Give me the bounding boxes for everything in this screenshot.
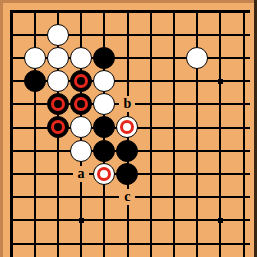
red-circle-marker xyxy=(120,120,134,134)
white-stone[interactable] xyxy=(186,47,208,69)
red-circle-marker xyxy=(74,74,88,88)
black-stone-marked[interactable] xyxy=(70,70,92,92)
white-stone[interactable] xyxy=(70,116,92,138)
image-right-edge-strip xyxy=(254,0,257,257)
black-stone[interactable] xyxy=(93,47,115,69)
black-stone-marked[interactable] xyxy=(47,116,69,138)
white-stone-marked[interactable] xyxy=(116,116,138,138)
star-point xyxy=(218,218,223,223)
white-stone[interactable] xyxy=(47,70,69,92)
white-stone[interactable] xyxy=(70,140,92,162)
red-circle-marker xyxy=(51,120,65,134)
black-stone[interactable] xyxy=(116,163,138,185)
point-label-c[interactable]: c xyxy=(119,189,135,205)
point-label-b[interactable]: b xyxy=(119,96,135,112)
white-stone[interactable] xyxy=(93,93,115,115)
white-stone[interactable] xyxy=(70,47,92,69)
white-stone[interactable] xyxy=(47,24,69,46)
white-stone-marked[interactable] xyxy=(93,163,115,185)
black-stone[interactable] xyxy=(24,70,46,92)
point-label-a[interactable]: a xyxy=(73,166,89,182)
intersections-grid: bac xyxy=(0,0,255,255)
red-circle-marker xyxy=(97,167,111,181)
white-stone[interactable] xyxy=(24,47,46,69)
board-edge-left-bevel xyxy=(0,0,3,257)
black-stone[interactable] xyxy=(93,116,115,138)
red-circle-marker xyxy=(51,97,65,111)
white-stone[interactable] xyxy=(47,47,69,69)
star-point xyxy=(79,218,84,223)
go-board[interactable]: bac xyxy=(0,0,257,257)
white-stone[interactable] xyxy=(93,70,115,92)
board-edge-top-bevel xyxy=(0,0,257,3)
black-stone[interactable] xyxy=(93,140,115,162)
black-stone[interactable] xyxy=(116,140,138,162)
black-stone-marked[interactable] xyxy=(47,93,69,115)
black-stone-marked[interactable] xyxy=(70,93,92,115)
red-circle-marker xyxy=(74,97,88,111)
star-point xyxy=(218,79,223,84)
